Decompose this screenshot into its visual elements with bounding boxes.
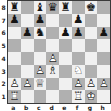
rank-label-2: 2 (0, 78, 7, 91)
black-rook[interactable]: ♜ (59, 1, 72, 14)
square-d7[interactable] (46, 14, 59, 27)
file-label-h: h (96, 104, 109, 111)
square-h4[interactable] (97, 52, 110, 65)
square-f1[interactable]: ♜♖ (72, 90, 85, 103)
rank-label-1: 1 (0, 90, 7, 103)
white-piece-outline: ♖ (72, 90, 85, 103)
square-b2[interactable]: ♟♙ (21, 78, 34, 91)
rank-label-7: 7 (0, 14, 7, 27)
square-d2[interactable] (46, 78, 59, 91)
square-d1[interactable] (46, 90, 59, 103)
black-piece-glyph: ♛ (46, 1, 59, 14)
white-piece-outline: ♔ (85, 90, 98, 103)
black-piece-glyph: ♟ (59, 27, 72, 40)
board-corner-spacer (0, 104, 7, 111)
square-e4[interactable] (59, 52, 72, 65)
black-piece-glyph: ♟ (21, 27, 34, 40)
black-piece-glyph: ♟ (8, 14, 21, 27)
square-a4[interactable] (8, 52, 21, 65)
black-piece-glyph: ♚ (85, 1, 98, 14)
square-h6[interactable]: ♟ (97, 27, 110, 40)
square-g5[interactable] (85, 39, 98, 52)
black-king[interactable]: ♚ (85, 1, 98, 14)
square-g7[interactable] (85, 14, 98, 27)
square-c5[interactable] (34, 39, 47, 52)
file-label-b: b (20, 104, 33, 111)
rank-label-3: 3 (0, 65, 7, 78)
file-label-a: a (7, 104, 20, 111)
square-e2[interactable] (59, 78, 72, 91)
square-g8[interactable]: ♚ (85, 1, 98, 14)
white-pawn[interactable]: ♟♙ (97, 78, 110, 91)
square-d8[interactable]: ♛ (46, 1, 59, 14)
black-piece-glyph: ♟ (97, 27, 110, 40)
black-queen[interactable]: ♛ (46, 1, 59, 14)
square-h8[interactable] (97, 1, 110, 14)
white-pawn[interactable]: ♟♙ (21, 78, 34, 91)
file-label-d: d (45, 104, 58, 111)
square-h5[interactable] (97, 39, 110, 52)
rank-label-4: 4 (0, 52, 7, 65)
square-h2[interactable]: ♟♙ (97, 78, 110, 91)
rank-label-8: 8 (0, 1, 7, 14)
chess-board: ♜♝♛♜♚♟♟♟♟♞♟♟♟♟♙♟♙♝♗♞♘♟♙♟♙♛♕♟♙♟♙♟♙♜♖♜♖♚♔ (7, 0, 111, 104)
square-b1[interactable] (21, 90, 34, 103)
square-h1[interactable] (97, 90, 110, 103)
square-d3[interactable]: ♝♗ (46, 65, 59, 78)
black-pawn[interactable]: ♟ (8, 14, 21, 27)
white-piece-outline: ♕ (34, 78, 47, 91)
square-f6[interactable]: ♟ (72, 27, 85, 40)
rank-label-5: 5 (0, 39, 7, 52)
square-b4[interactable] (21, 52, 34, 65)
black-piece-glyph: ♜ (59, 1, 72, 14)
file-label-c: c (33, 104, 46, 111)
white-rook[interactable]: ♜♖ (8, 90, 21, 103)
white-piece-outline: ♖ (8, 90, 21, 103)
square-g6[interactable] (85, 27, 98, 40)
square-d6[interactable] (46, 27, 59, 40)
file-label-g: g (84, 104, 97, 111)
square-a1[interactable]: ♜♖ (8, 90, 21, 103)
white-queen[interactable]: ♛♕ (34, 78, 47, 91)
file-label-e: e (58, 104, 71, 111)
square-c1[interactable] (34, 90, 47, 103)
square-e8[interactable]: ♜ (59, 1, 72, 14)
square-b6[interactable]: ♟ (21, 27, 34, 40)
black-knight[interactable]: ♞ (34, 27, 47, 40)
square-g4[interactable] (85, 52, 98, 65)
rank-labels: 87654321 (0, 0, 7, 104)
file-label-f: f (71, 104, 84, 111)
square-e6[interactable]: ♟ (59, 27, 72, 40)
square-e5[interactable] (59, 39, 72, 52)
rank-label-6: 6 (0, 27, 7, 40)
square-g1[interactable]: ♚♔ (85, 90, 98, 103)
white-king[interactable]: ♚♔ (85, 90, 98, 103)
black-pawn[interactable]: ♟ (59, 27, 72, 40)
white-piece-outline: ♙ (97, 78, 110, 91)
square-b5[interactable] (21, 39, 34, 52)
square-a6[interactable] (8, 27, 21, 40)
square-c6[interactable]: ♞ (34, 27, 47, 40)
white-bishop[interactable]: ♝♗ (46, 65, 59, 78)
black-piece-glyph: ♞ (34, 27, 47, 40)
file-labels: abcdefgh (7, 104, 111, 111)
square-b8[interactable] (21, 1, 34, 14)
chess-board-diagram: 87654321 ♜♝♛♜♚♟♟♟♟♞♟♟♟♟♙♟♙♝♗♞♘♟♙♟♙♛♕♟♙♟♙… (0, 0, 111, 111)
white-rook[interactable]: ♜♖ (72, 90, 85, 103)
square-e1[interactable] (59, 90, 72, 103)
white-piece-outline: ♙ (21, 78, 34, 91)
square-a5[interactable] (8, 39, 21, 52)
black-pawn[interactable]: ♟ (97, 27, 110, 40)
black-piece-glyph: ♟ (72, 27, 85, 40)
black-pawn[interactable]: ♟ (21, 27, 34, 40)
square-c2[interactable]: ♛♕ (34, 78, 47, 91)
white-piece-outline: ♗ (46, 65, 59, 78)
square-f5[interactable] (72, 39, 85, 52)
square-a7[interactable]: ♟ (8, 14, 21, 27)
square-e3[interactable] (59, 65, 72, 78)
black-pawn[interactable]: ♟ (72, 27, 85, 40)
